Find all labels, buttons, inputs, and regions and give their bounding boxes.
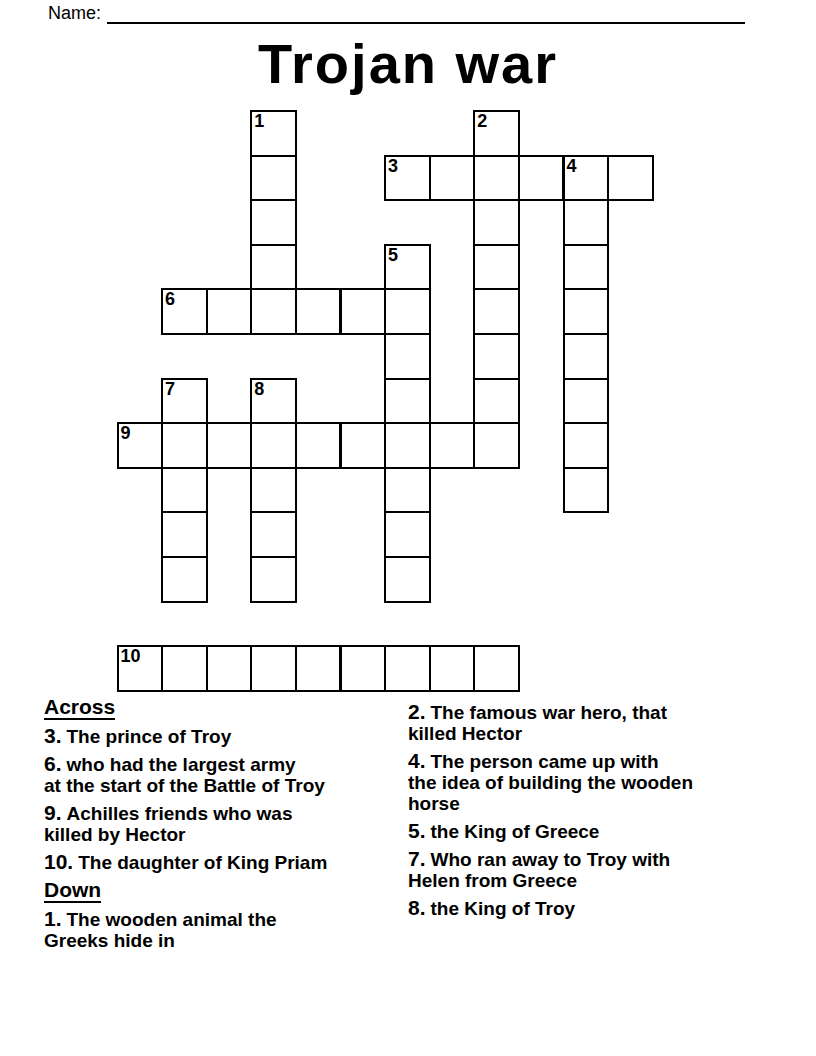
grid-cell-r2c10[interactable] (563, 199, 610, 246)
clue-column-right: 2.The famous war hero, thatkilled Hector… (408, 701, 780, 925)
grid-cell-r7c2[interactable] (206, 422, 253, 469)
cell-number-2: 2 (477, 113, 487, 129)
grid-cell-r1c10[interactable]: 4 (563, 155, 610, 202)
puzzle-title: Trojan war (0, 34, 816, 94)
grid-cell-r4c6[interactable] (384, 288, 431, 335)
cell-number-9: 9 (121, 425, 131, 441)
grid-cell-r7c6[interactable] (384, 422, 431, 469)
grid-cell-r12c8[interactable] (473, 645, 520, 692)
grid-cell-r1c6[interactable]: 3 (384, 155, 431, 202)
grid-cell-r6c1[interactable]: 7 (161, 378, 208, 425)
grid-cell-r3c3[interactable] (250, 244, 297, 291)
name-row: Name: (48, 2, 745, 24)
clue-line: 9.Achilles friends who was (44, 802, 408, 824)
clue-number: 4. (408, 749, 426, 772)
cell-number-4: 4 (567, 158, 577, 174)
grid-cell-r4c4[interactable] (295, 288, 342, 335)
across-header: Across (44, 696, 408, 720)
grid-cell-r9c1[interactable] (161, 511, 208, 558)
grid-cell-r7c8[interactable] (473, 422, 520, 469)
clue-down-8: 8.the King of Troy (408, 897, 780, 919)
clue-number: 2. (408, 700, 426, 723)
grid-cell-r3c10[interactable] (563, 244, 610, 291)
clue-line: Helen from Greece (408, 870, 780, 891)
clue-number: 6. (44, 752, 62, 775)
grid-cell-r8c1[interactable] (161, 467, 208, 514)
clue-number: 8. (408, 896, 426, 919)
grid-cell-r7c3[interactable] (250, 422, 297, 469)
name-label: Name: (48, 2, 101, 24)
clue-across-6: 6.who had the largest armyat the start o… (44, 753, 408, 796)
clue-number: 1. (44, 907, 62, 930)
cell-number-6: 6 (165, 291, 175, 307)
grid-cell-r12c2[interactable] (206, 645, 253, 692)
clue-line: Greeks hide in (44, 930, 408, 951)
crossword-grid: 12345678910 (117, 110, 654, 692)
name-input-line[interactable] (107, 4, 745, 24)
grid-cell-r3c8[interactable] (473, 244, 520, 291)
grid-cell-r2c8[interactable] (473, 199, 520, 246)
grid-cell-r1c9[interactable] (518, 155, 565, 202)
clue-number: 5. (408, 819, 426, 842)
clue-number: 7. (408, 847, 426, 870)
grid-cell-r7c10[interactable] (563, 422, 610, 469)
grid-cell-r12c5[interactable] (340, 645, 387, 692)
grid-cell-r10c1[interactable] (161, 556, 208, 603)
grid-cell-r0c8[interactable]: 2 (473, 110, 520, 157)
grid-cell-r5c6[interactable] (384, 333, 431, 380)
clue-line: 4.The person came up with (408, 750, 780, 772)
grid-cell-r10c6[interactable] (384, 556, 431, 603)
across-header-text: Across (44, 696, 115, 720)
grid-cell-r6c3[interactable]: 8 (250, 378, 297, 425)
grid-cell-r7c1[interactable] (161, 422, 208, 469)
grid-cell-r8c10[interactable] (563, 467, 610, 514)
grid-cell-r12c6[interactable] (384, 645, 431, 692)
clue-column-left: Across3.The prince of Troy6.who had the … (44, 696, 408, 957)
worksheet-page: Name: Trojan war 12345678910 Across3.The… (0, 0, 816, 1056)
clue-line: the idea of building the wooden (408, 772, 780, 793)
cell-number-5: 5 (388, 247, 398, 263)
grid-cell-r6c8[interactable] (473, 378, 520, 425)
grid-cell-r7c5[interactable] (340, 422, 387, 469)
grid-cell-r7c0[interactable]: 9 (117, 422, 164, 469)
grid-cell-r1c8[interactable] (473, 155, 520, 202)
clue-number: 9. (44, 801, 62, 824)
clue-across-9: 9.Achilles friends who waskilled by Hect… (44, 802, 408, 845)
grid-cell-r4c5[interactable] (340, 288, 387, 335)
grid-cell-r4c1[interactable]: 6 (161, 288, 208, 335)
grid-cell-r5c8[interactable] (473, 333, 520, 380)
clue-line: killed by Hector (44, 824, 408, 845)
grid-cell-r3c6[interactable]: 5 (384, 244, 431, 291)
clue-line: 1.The wooden animal the (44, 908, 408, 930)
grid-cell-r7c4[interactable] (295, 422, 342, 469)
clue-line: at the start of the Battle of Troy (44, 775, 408, 796)
clue-across-3: 3.The prince of Troy (44, 725, 408, 747)
cell-number-7: 7 (165, 381, 175, 397)
grid-cell-r2c3[interactable] (250, 199, 297, 246)
grid-cell-r0c3[interactable]: 1 (250, 110, 297, 157)
grid-cell-r12c0[interactable]: 10 (117, 645, 164, 692)
cell-number-8: 8 (254, 381, 264, 397)
grid-cell-r9c6[interactable] (384, 511, 431, 558)
grid-cell-r6c10[interactable] (563, 378, 610, 425)
down-header: Down (44, 879, 408, 903)
clue-line: killed Hector (408, 723, 780, 744)
clue-down-5: 5.the King of Greece (408, 820, 780, 842)
grid-cell-r1c3[interactable] (250, 155, 297, 202)
grid-cell-r4c2[interactable] (206, 288, 253, 335)
clue-down-1: 1.The wooden animal theGreeks hide in (44, 908, 408, 951)
grid-cell-r4c8[interactable] (473, 288, 520, 335)
grid-cell-r1c7[interactable] (429, 155, 476, 202)
grid-cell-r5c10[interactable] (563, 333, 610, 380)
grid-cell-r7c7[interactable] (429, 422, 476, 469)
grid-cell-r12c7[interactable] (429, 645, 476, 692)
clue-line: 10.The daughter of King Priam (44, 851, 408, 873)
grid-cell-r6c6[interactable] (384, 378, 431, 425)
cell-number-1: 1 (254, 113, 264, 129)
clue-line: 2.The famous war hero, that (408, 701, 780, 723)
clue-line: 3.The prince of Troy (44, 725, 408, 747)
clue-number: 3. (44, 724, 62, 747)
clue-line: 8.the King of Troy (408, 897, 780, 919)
clue-line: 5.the King of Greece (408, 820, 780, 842)
cell-number-3: 3 (388, 158, 398, 174)
cell-number-10: 10 (121, 648, 141, 664)
clue-line: 7.Who ran away to Troy with (408, 848, 780, 870)
grid-cell-r8c6[interactable] (384, 467, 431, 514)
down-header-text: Down (44, 879, 101, 903)
grid-cell-r8c3[interactable] (250, 467, 297, 514)
clue-across-10: 10.The daughter of King Priam (44, 851, 408, 873)
grid-cell-r4c3[interactable] (250, 288, 297, 335)
grid-cell-r12c1[interactable] (161, 645, 208, 692)
grid-cell-r4c10[interactable] (563, 288, 610, 335)
clue-number: 10. (44, 850, 73, 873)
clue-line: horse (408, 793, 780, 814)
grid-cell-r1c11[interactable] (607, 155, 654, 202)
clue-down-7: 7.Who ran away to Troy withHelen from Gr… (408, 848, 780, 891)
grid-cell-r12c4[interactable] (295, 645, 342, 692)
clue-line: 6.who had the largest army (44, 753, 408, 775)
clue-down-4: 4.The person came up withthe idea of bui… (408, 750, 780, 814)
clue-down-2: 2.The famous war hero, thatkilled Hector (408, 701, 780, 744)
grid-cell-r10c3[interactable] (250, 556, 297, 603)
grid-cell-r9c3[interactable] (250, 511, 297, 558)
grid-cell-r12c3[interactable] (250, 645, 297, 692)
